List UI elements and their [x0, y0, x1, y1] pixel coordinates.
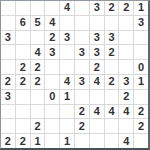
cell-r7c3[interactable]: [31, 90, 45, 104]
cell-r6c10-clue: 1: [134, 75, 148, 89]
cell-r8c7-clue: 4: [90, 105, 104, 119]
cell-r5c3-clue: 2: [31, 60, 45, 74]
cell-r4c3-clue: 4: [31, 45, 45, 59]
cell-r8c10-clue: 2: [134, 105, 148, 119]
minesweeper-board: 4322165433233343332222022243423130122444…: [0, 0, 150, 150]
cell-r9c9[interactable]: [119, 119, 133, 133]
cell-r3c6[interactable]: [75, 31, 89, 45]
cell-r9c8[interactable]: [105, 119, 119, 133]
cell-r3c3[interactable]: [31, 31, 45, 45]
cell-r7c9-clue: 2: [119, 90, 133, 104]
cell-r9c4[interactable]: [45, 119, 59, 133]
cell-r4c8-clue: 2: [105, 45, 119, 59]
cell-r3c7-clue: 3: [90, 31, 104, 45]
cell-r9c1[interactable]: [1, 119, 15, 133]
cell-r3c4-clue: 2: [45, 31, 59, 45]
cell-r4c10[interactable]: [134, 45, 148, 59]
cell-r1c4[interactable]: [45, 1, 59, 15]
cell-r8c9-clue: 4: [119, 105, 133, 119]
cell-r4c6-clue: 3: [75, 45, 89, 59]
cell-r7c1-clue: 3: [1, 90, 15, 104]
cell-r5c4[interactable]: [45, 60, 59, 74]
cell-r8c5[interactable]: [60, 105, 74, 119]
cell-r5c8[interactable]: [105, 60, 119, 74]
cell-r7c6[interactable]: [75, 90, 89, 104]
cell-r1c7-clue: 3: [90, 1, 104, 15]
cell-r9c2[interactable]: [16, 119, 30, 133]
cell-r10c6[interactable]: [75, 134, 89, 148]
cell-r1c1[interactable]: [1, 1, 15, 15]
puzzle-stage: 4322165433233343332222022243423130122444…: [0, 0, 150, 150]
cell-r4c9[interactable]: [119, 45, 133, 59]
cell-r10c9-clue: 4: [119, 134, 133, 148]
cell-r5c1[interactable]: [1, 60, 15, 74]
cell-r6c4[interactable]: [45, 75, 59, 89]
cell-r5c9[interactable]: [119, 60, 133, 74]
cell-r3c2[interactable]: [16, 31, 30, 45]
cell-r3c8-clue: 3: [105, 31, 119, 45]
cell-r6c8-clue: 2: [105, 75, 119, 89]
cell-r2c6[interactable]: [75, 16, 89, 30]
cell-r6c5-clue: 4: [60, 75, 74, 89]
cell-r9c6-clue: 2: [75, 119, 89, 133]
cell-r3c10[interactable]: [134, 31, 148, 45]
cell-r1c9-clue: 2: [119, 1, 133, 15]
cell-r6c9-clue: 3: [119, 75, 133, 89]
cell-r5c7-clue: 2: [90, 60, 104, 74]
cell-r5c10-clue: 0: [134, 60, 148, 74]
cell-r2c5[interactable]: [60, 16, 74, 30]
cell-r4c5[interactable]: [60, 45, 74, 59]
cell-r8c4[interactable]: [45, 105, 59, 119]
cell-r10c2-clue: 2: [16, 134, 30, 148]
cell-r6c1-clue: 2: [1, 75, 15, 89]
cell-r6c2-clue: 2: [16, 75, 30, 89]
cell-r10c8[interactable]: [105, 134, 119, 148]
cell-r9c10-clue: 2: [134, 119, 148, 133]
cell-r10c7[interactable]: [90, 134, 104, 148]
cell-r2c3-clue: 5: [31, 16, 45, 30]
cell-r1c2[interactable]: [16, 1, 30, 15]
cell-r7c10[interactable]: [134, 90, 148, 104]
cell-r3c5-clue: 3: [60, 31, 74, 45]
cell-r9c7[interactable]: [90, 119, 104, 133]
cell-r1c6[interactable]: [75, 1, 89, 15]
cell-r6c6-clue: 3: [75, 75, 89, 89]
cell-r2c1[interactable]: [1, 16, 15, 30]
cell-r10c1-clue: 2: [1, 134, 15, 148]
cell-r4c2[interactable]: [16, 45, 30, 59]
cell-r8c3[interactable]: [31, 105, 45, 119]
cell-r1c8-clue: 2: [105, 1, 119, 15]
cell-r5c5[interactable]: [60, 60, 74, 74]
cell-r9c5[interactable]: [60, 119, 74, 133]
cell-r10c5-clue: 1: [60, 134, 74, 148]
cell-r8c8-clue: 4: [105, 105, 119, 119]
cell-r5c6[interactable]: [75, 60, 89, 74]
cell-r6c3-clue: 2: [31, 75, 45, 89]
cell-r5c2-clue: 2: [16, 60, 30, 74]
cell-r8c1[interactable]: [1, 105, 15, 119]
cell-r2c8[interactable]: [105, 16, 119, 30]
cell-r3c9[interactable]: [119, 31, 133, 45]
cell-r8c6-clue: 2: [75, 105, 89, 119]
cell-r4c4-clue: 3: [45, 45, 59, 59]
cell-r7c2[interactable]: [16, 90, 30, 104]
cell-r7c4-clue: 0: [45, 90, 59, 104]
cell-r7c8[interactable]: [105, 90, 119, 104]
cell-r4c7-clue: 3: [90, 45, 104, 59]
cell-r1c3[interactable]: [31, 1, 45, 15]
cell-r2c10-clue: 3: [134, 16, 148, 30]
cell-r1c10-clue: 1: [134, 1, 148, 15]
cell-r9c3-clue: 2: [31, 119, 45, 133]
cell-r4c1[interactable]: [1, 45, 15, 59]
cell-r2c4-clue: 4: [45, 16, 59, 30]
cell-r7c5-clue: 1: [60, 90, 74, 104]
cell-r1c5-clue: 4: [60, 1, 74, 15]
cell-r10c3-clue: 1: [31, 134, 45, 148]
cell-r7c7[interactable]: [90, 90, 104, 104]
cell-r2c7[interactable]: [90, 16, 104, 30]
cell-r3c1-clue: 3: [1, 31, 15, 45]
cell-r2c2-clue: 6: [16, 16, 30, 30]
cell-r2c9[interactable]: [119, 16, 133, 30]
cell-r6c7-clue: 4: [90, 75, 104, 89]
cell-r10c4[interactable]: [45, 134, 59, 148]
cell-r8c2[interactable]: [16, 105, 30, 119]
cell-r10c10[interactable]: [134, 134, 148, 148]
